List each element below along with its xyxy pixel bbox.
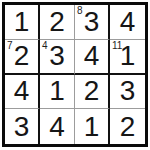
puzzle-grid: 1 2 8 3 4 7 2 4 3 4 11 1 4 1 2 3 3 4 1 xyxy=(2,2,148,147)
cell-r1c3[interactable]: 8 3 xyxy=(75,5,110,40)
cell-r4c3[interactable]: 1 xyxy=(75,109,110,144)
cell-digit: 4 xyxy=(120,8,136,36)
cell-r4c1[interactable]: 3 xyxy=(5,109,40,144)
cell-r3c4[interactable]: 3 xyxy=(110,75,145,110)
cell-digit: 1 xyxy=(84,113,100,141)
cell-r2c2[interactable]: 4 3 xyxy=(40,40,75,75)
cell-digit: 3 xyxy=(120,77,136,105)
cell-r4c2[interactable]: 4 xyxy=(40,109,75,144)
cell-r2c1[interactable]: 7 2 xyxy=(5,40,40,75)
cell-r3c3[interactable]: 2 xyxy=(75,75,110,110)
cell-r1c2[interactable]: 2 xyxy=(40,5,75,40)
cell-r3c2[interactable]: 1 xyxy=(40,75,75,110)
cage-sum-clue: 7 xyxy=(7,41,13,51)
cell-digit: 3 xyxy=(49,42,65,70)
cell-r1c1[interactable]: 1 xyxy=(5,5,40,40)
cell-digit: 2 xyxy=(14,42,30,70)
cell-digit: 2 xyxy=(84,77,100,105)
cell-digit: 4 xyxy=(49,113,65,141)
cell-digit: 2 xyxy=(120,113,136,141)
cell-r4c4[interactable]: 2 xyxy=(110,109,145,144)
cell-r1c4[interactable]: 4 xyxy=(110,5,145,40)
cage-sum-clue: 8 xyxy=(77,6,83,16)
cell-digit: 3 xyxy=(84,8,100,36)
cell-digit: 1 xyxy=(49,77,65,105)
cage-sum-clue: 11 xyxy=(112,41,122,51)
cell-digit: 1 xyxy=(14,8,30,36)
cell-r3c1[interactable]: 4 xyxy=(5,75,40,110)
cell-digit: 4 xyxy=(14,77,30,105)
cell-digit: 2 xyxy=(49,8,65,36)
cell-r2c4[interactable]: 11 1 xyxy=(110,40,145,75)
cage-sum-clue: 4 xyxy=(42,41,48,51)
cell-digit: 4 xyxy=(84,42,100,70)
cell-r2c3[interactable]: 4 xyxy=(75,40,110,75)
cell-digit: 3 xyxy=(14,113,30,141)
